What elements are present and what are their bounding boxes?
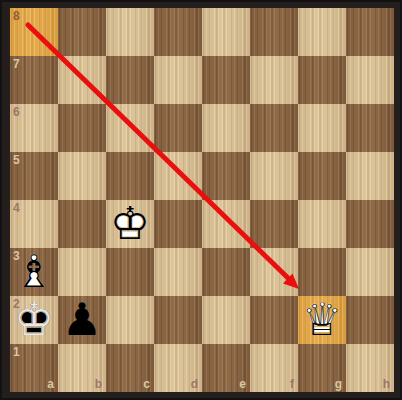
square-b1[interactable]: b: [58, 344, 106, 392]
square-a3[interactable]: 3♝♗: [10, 248, 58, 296]
white-king[interactable]: ♚♔: [106, 200, 154, 248]
square-c2[interactable]: [106, 296, 154, 344]
square-a5[interactable]: 5: [10, 152, 58, 200]
square-a6[interactable]: 6: [10, 104, 58, 152]
square-g4[interactable]: [298, 200, 346, 248]
square-f6[interactable]: [250, 104, 298, 152]
square-d1[interactable]: d: [154, 344, 202, 392]
piece-glyph-outline: ♔: [106, 200, 154, 248]
rank-label-5: 5: [13, 154, 20, 166]
file-label-b: b: [95, 378, 102, 390]
chess-board: 87654♚♔3♝♗2♚♔♟♛♕1abcdefgh: [10, 8, 394, 392]
square-a4[interactable]: 4: [10, 200, 58, 248]
square-f8[interactable]: [250, 8, 298, 56]
file-label-a: a: [47, 378, 54, 390]
square-d5[interactable]: [154, 152, 202, 200]
square-d7[interactable]: [154, 56, 202, 104]
square-c6[interactable]: [106, 104, 154, 152]
square-g6[interactable]: [298, 104, 346, 152]
square-g7[interactable]: [298, 56, 346, 104]
square-h6[interactable]: [346, 104, 394, 152]
square-c4[interactable]: ♚♔: [106, 200, 154, 248]
square-d2[interactable]: [154, 296, 202, 344]
square-b4[interactable]: [58, 200, 106, 248]
square-b3[interactable]: [58, 248, 106, 296]
square-d6[interactable]: [154, 104, 202, 152]
square-c3[interactable]: [106, 248, 154, 296]
square-e1[interactable]: e: [202, 344, 250, 392]
file-label-g: g: [335, 378, 342, 390]
square-g5[interactable]: [298, 152, 346, 200]
file-label-f: f: [290, 378, 294, 390]
rank-label-4: 4: [13, 202, 20, 214]
square-f2[interactable]: [250, 296, 298, 344]
file-label-e: e: [239, 378, 246, 390]
rank-label-1: 1: [13, 346, 20, 358]
square-h5[interactable]: [346, 152, 394, 200]
square-a7[interactable]: 7: [10, 56, 58, 104]
square-h8[interactable]: [346, 8, 394, 56]
square-f3[interactable]: [250, 248, 298, 296]
square-g8[interactable]: [298, 8, 346, 56]
square-b6[interactable]: [58, 104, 106, 152]
square-e3[interactable]: [202, 248, 250, 296]
black-pawn[interactable]: ♟: [58, 296, 106, 344]
square-d8[interactable]: [154, 8, 202, 56]
square-d3[interactable]: [154, 248, 202, 296]
square-b2[interactable]: ♟: [58, 296, 106, 344]
rank-label-7: 7: [13, 58, 20, 70]
square-g1[interactable]: g: [298, 344, 346, 392]
square-c5[interactable]: [106, 152, 154, 200]
square-e2[interactable]: [202, 296, 250, 344]
square-a2[interactable]: 2♚♔: [10, 296, 58, 344]
square-e8[interactable]: [202, 8, 250, 56]
rank-label-3: 3: [13, 250, 20, 262]
square-d4[interactable]: [154, 200, 202, 248]
square-c8[interactable]: [106, 8, 154, 56]
square-g3[interactable]: [298, 248, 346, 296]
rank-label-6: 6: [13, 106, 20, 118]
square-b5[interactable]: [58, 152, 106, 200]
rank-label-8: 8: [13, 10, 20, 22]
file-label-h: h: [383, 378, 390, 390]
piece-glyph-fill: ♟: [58, 296, 106, 344]
square-e4[interactable]: [202, 200, 250, 248]
square-h2[interactable]: [346, 296, 394, 344]
square-f4[interactable]: [250, 200, 298, 248]
rank-label-2: 2: [13, 298, 20, 310]
square-h1[interactable]: h: [346, 344, 394, 392]
white-queen[interactable]: ♛♕: [298, 296, 346, 344]
square-f7[interactable]: [250, 56, 298, 104]
chess-board-frame: 87654♚♔3♝♗2♚♔♟♛♕1abcdefgh: [0, 0, 402, 400]
square-f1[interactable]: f: [250, 344, 298, 392]
square-h3[interactable]: [346, 248, 394, 296]
square-a8[interactable]: 8: [10, 8, 58, 56]
square-f5[interactable]: [250, 152, 298, 200]
square-b7[interactable]: [58, 56, 106, 104]
file-label-d: d: [191, 378, 198, 390]
file-label-c: c: [143, 378, 150, 390]
square-g2[interactable]: ♛♕: [298, 296, 346, 344]
square-b8[interactable]: [58, 8, 106, 56]
square-e6[interactable]: [202, 104, 250, 152]
square-c1[interactable]: c: [106, 344, 154, 392]
square-e7[interactable]: [202, 56, 250, 104]
square-c7[interactable]: [106, 56, 154, 104]
square-h4[interactable]: [346, 200, 394, 248]
square-e5[interactable]: [202, 152, 250, 200]
piece-glyph-outline: ♕: [298, 296, 346, 344]
square-a1[interactable]: 1a: [10, 344, 58, 392]
square-h7[interactable]: [346, 56, 394, 104]
